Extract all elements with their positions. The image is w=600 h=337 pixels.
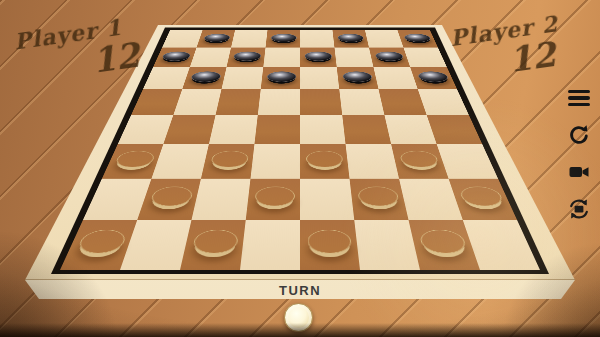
checker-white[interactable]	[458, 187, 505, 206]
board-square	[209, 115, 258, 145]
board-square[interactable]	[201, 144, 255, 179]
board-square	[346, 144, 400, 179]
checker-black[interactable]	[417, 71, 450, 81]
board-square[interactable]	[300, 144, 350, 179]
checker-white[interactable]	[418, 230, 468, 254]
checker-black[interactable]	[271, 34, 297, 42]
camera-rotate-icon[interactable]	[566, 197, 592, 221]
board-square[interactable]	[216, 89, 261, 114]
board-square	[258, 89, 300, 114]
board-square[interactable]	[337, 67, 379, 89]
board-square	[300, 30, 334, 47]
checker-white[interactable]	[306, 151, 343, 167]
checker-black[interactable]	[375, 51, 405, 60]
checker-white[interactable]	[114, 151, 157, 167]
board-square	[300, 67, 339, 89]
board-square[interactable]	[246, 179, 300, 220]
board-square[interactable]	[342, 115, 391, 145]
turn-indicator-piece	[284, 303, 313, 332]
game-screen: Player 1 12 Player 2 12 TURN	[0, 0, 600, 337]
board-square[interactable]	[333, 30, 369, 47]
board-square	[221, 67, 263, 89]
board-square	[300, 179, 354, 220]
checker-black[interactable]	[337, 34, 364, 42]
checker-white[interactable]	[149, 187, 194, 206]
board-square	[250, 144, 300, 179]
board-square	[334, 48, 373, 67]
checker-white[interactable]	[192, 230, 240, 254]
camera-icon[interactable]	[566, 160, 592, 184]
board-square	[300, 115, 346, 145]
board-square[interactable]	[300, 89, 342, 114]
board-square[interactable]	[197, 30, 235, 47]
board-square[interactable]	[180, 220, 246, 270]
board-square	[231, 30, 267, 47]
checker-white[interactable]	[75, 230, 128, 254]
menu-icon[interactable]	[566, 86, 592, 110]
board-square	[173, 89, 221, 114]
checker-white[interactable]	[357, 187, 400, 206]
checker-white[interactable]	[307, 230, 352, 254]
board-square[interactable]	[300, 48, 337, 67]
board-square[interactable]	[300, 220, 360, 270]
checker-black[interactable]	[190, 71, 222, 81]
checker-white[interactable]	[254, 187, 295, 206]
board-square	[240, 220, 300, 270]
board-square[interactable]	[182, 67, 226, 89]
checker-white[interactable]	[399, 151, 440, 167]
checker-black[interactable]	[342, 71, 373, 81]
board-square[interactable]	[261, 67, 300, 89]
turn-label: TURN	[0, 283, 600, 298]
board-square	[191, 179, 250, 220]
board-square	[263, 48, 300, 67]
restart-icon[interactable]	[566, 123, 592, 147]
checker-black[interactable]	[267, 71, 297, 81]
board-square[interactable]	[227, 48, 266, 67]
board-square[interactable]	[254, 115, 300, 145]
board-square	[339, 89, 384, 114]
board-square	[190, 48, 231, 67]
checker-white[interactable]	[210, 151, 249, 167]
board-square[interactable]	[266, 30, 300, 47]
checker-black[interactable]	[161, 51, 192, 60]
checker-black[interactable]	[203, 34, 231, 42]
player1-hud: Player 1 12	[13, 12, 142, 87]
board-square[interactable]	[163, 115, 215, 145]
checker-black[interactable]	[403, 34, 432, 42]
checker-black[interactable]	[233, 51, 262, 60]
player2-hud: Player 2 12	[449, 7, 586, 83]
icon-column	[566, 86, 592, 221]
board-edge-line	[25, 279, 575, 280]
checker-black[interactable]	[305, 51, 333, 60]
